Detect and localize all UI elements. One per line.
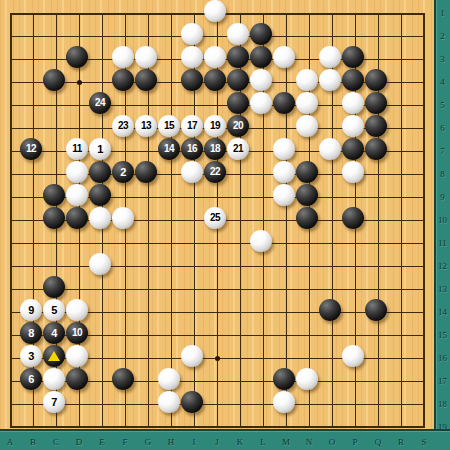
black-stone xyxy=(181,391,203,413)
column-label: C xyxy=(49,437,63,447)
white-stone: 19 xyxy=(204,115,226,137)
white-stone xyxy=(89,253,111,275)
row-label: 18 xyxy=(436,399,449,409)
white-stone xyxy=(273,391,295,413)
black-stone xyxy=(135,69,157,91)
move-number: 6 xyxy=(28,374,34,385)
column-label: R xyxy=(394,437,408,447)
row-label: 4 xyxy=(436,77,449,87)
column-coordinates-band: ABCDEFGHIJKLMNOPQRS xyxy=(0,429,450,450)
column-label: S xyxy=(417,437,431,447)
black-stone xyxy=(227,46,249,68)
column-label: N xyxy=(302,437,316,447)
black-stone xyxy=(43,184,65,206)
black-stone: 4 xyxy=(43,322,65,344)
column-label: O xyxy=(325,437,339,447)
move-number: 10 xyxy=(72,328,82,338)
black-stone xyxy=(365,299,387,321)
move-number: 2 xyxy=(120,167,126,178)
row-label: 8 xyxy=(436,169,449,179)
white-stone xyxy=(342,345,364,367)
white-stone: 3 xyxy=(20,345,42,367)
move-number: 17 xyxy=(187,121,197,131)
black-stone xyxy=(342,207,364,229)
grid-line xyxy=(10,289,425,290)
black-stone xyxy=(365,92,387,114)
black-stone xyxy=(227,92,249,114)
grid-line xyxy=(286,13,287,428)
white-stone xyxy=(43,368,65,390)
move-number: 3 xyxy=(28,351,34,362)
white-stone xyxy=(273,138,295,160)
column-label: K xyxy=(233,437,247,447)
move-number: 4 xyxy=(51,328,57,339)
row-label: 5 xyxy=(436,100,449,110)
white-stone xyxy=(342,161,364,183)
white-stone: 11 xyxy=(66,138,88,160)
black-stone: 10 xyxy=(66,322,88,344)
star-point xyxy=(77,80,82,85)
white-stone xyxy=(204,46,226,68)
black-stone xyxy=(43,69,65,91)
black-stone xyxy=(296,207,318,229)
row-label: 9 xyxy=(436,192,449,202)
white-stone xyxy=(66,299,88,321)
move-number: 24 xyxy=(95,98,105,108)
white-stone xyxy=(273,184,295,206)
black-stone xyxy=(250,23,272,45)
white-stone xyxy=(181,161,203,183)
black-stone: 20 xyxy=(227,115,249,137)
white-stone xyxy=(250,69,272,91)
row-label: 3 xyxy=(436,54,449,64)
move-number: 14 xyxy=(164,144,174,154)
column-label: D xyxy=(72,437,86,447)
grid-line xyxy=(423,13,425,428)
white-stone xyxy=(181,23,203,45)
row-coordinates-band: 12345678910111213141516171819 xyxy=(434,0,450,450)
row-label: 12 xyxy=(436,261,449,271)
row-label: 17 xyxy=(436,376,449,386)
white-stone xyxy=(296,115,318,137)
move-number: 9 xyxy=(28,305,34,316)
black-stone: 6 xyxy=(20,368,42,390)
white-stone xyxy=(227,23,249,45)
white-stone xyxy=(250,230,272,252)
black-stone xyxy=(365,69,387,91)
grid-line xyxy=(10,404,425,405)
black-stone xyxy=(43,276,65,298)
go-diagram: 2423131517192012111141618212222595841036… xyxy=(0,0,450,450)
white-stone: 15 xyxy=(158,115,180,137)
white-stone: 13 xyxy=(135,115,157,137)
black-stone xyxy=(66,368,88,390)
row-label: 14 xyxy=(436,307,449,317)
white-stone: 17 xyxy=(181,115,203,137)
column-label: J xyxy=(210,437,224,447)
move-number: 16 xyxy=(187,144,197,154)
white-stone xyxy=(296,92,318,114)
white-stone xyxy=(181,345,203,367)
black-stone xyxy=(135,161,157,183)
star-point xyxy=(215,356,220,361)
white-stone xyxy=(342,92,364,114)
white-stone: 1 xyxy=(89,138,111,160)
row-label: 1 xyxy=(436,8,449,18)
row-label: 15 xyxy=(436,330,449,340)
white-stone xyxy=(319,46,341,68)
white-stone xyxy=(158,391,180,413)
white-stone xyxy=(250,92,272,114)
move-number: 1 xyxy=(97,144,103,155)
black-stone xyxy=(181,69,203,91)
row-label: 16 xyxy=(436,353,449,363)
white-stone: 25 xyxy=(204,207,226,229)
row-label: 11 xyxy=(436,238,449,248)
black-stone xyxy=(273,92,295,114)
column-label: E xyxy=(95,437,109,447)
move-number: 11 xyxy=(72,144,82,154)
black-stone xyxy=(66,46,88,68)
column-label: L xyxy=(256,437,270,447)
black-stone: 24 xyxy=(89,92,111,114)
black-stone: 18 xyxy=(204,138,226,160)
move-number: 5 xyxy=(51,305,57,316)
white-stone xyxy=(273,46,295,68)
column-label: I xyxy=(187,437,201,447)
white-stone xyxy=(158,368,180,390)
grid-line xyxy=(10,266,425,267)
row-label: 7 xyxy=(436,146,449,156)
black-stone xyxy=(296,184,318,206)
move-number: 20 xyxy=(233,121,243,131)
move-number: 13 xyxy=(141,121,151,131)
move-number: 22 xyxy=(210,167,220,177)
white-stone xyxy=(112,207,134,229)
move-number: 18 xyxy=(210,144,220,154)
white-stone xyxy=(66,345,88,367)
white-stone xyxy=(112,46,134,68)
white-stone xyxy=(296,69,318,91)
row-label: 10 xyxy=(436,215,449,225)
black-stone xyxy=(204,69,226,91)
column-label: P xyxy=(348,437,362,447)
white-stone xyxy=(273,161,295,183)
black-stone: 2 xyxy=(112,161,134,183)
white-stone xyxy=(319,138,341,160)
column-label: M xyxy=(279,437,293,447)
white-stone: 21 xyxy=(227,138,249,160)
black-stone xyxy=(342,138,364,160)
black-stone xyxy=(43,345,65,367)
grid-line xyxy=(10,426,425,428)
column-label: Q xyxy=(371,437,385,447)
white-stone xyxy=(181,46,203,68)
white-stone xyxy=(66,161,88,183)
black-stone: 12 xyxy=(20,138,42,160)
black-stone xyxy=(342,69,364,91)
white-stone xyxy=(319,69,341,91)
move-number: 7 xyxy=(51,397,57,408)
black-stone xyxy=(296,161,318,183)
column-label: G xyxy=(141,437,155,447)
white-stone xyxy=(135,46,157,68)
row-label: 2 xyxy=(436,31,449,41)
white-stone xyxy=(89,207,111,229)
column-label: H xyxy=(164,437,178,447)
move-number: 12 xyxy=(26,144,36,154)
move-number: 8 xyxy=(28,328,34,339)
grid-line xyxy=(10,243,425,244)
white-stone xyxy=(66,184,88,206)
white-stone xyxy=(204,0,226,22)
black-stone xyxy=(43,207,65,229)
black-stone xyxy=(365,115,387,137)
grid-line xyxy=(401,13,402,428)
black-stone xyxy=(365,138,387,160)
move-number: 23 xyxy=(118,121,128,131)
black-stone xyxy=(227,69,249,91)
white-stone: 7 xyxy=(43,391,65,413)
white-stone: 9 xyxy=(20,299,42,321)
white-stone: 23 xyxy=(112,115,134,137)
row-label: 6 xyxy=(436,123,449,133)
black-stone: 8 xyxy=(20,322,42,344)
black-stone: 14 xyxy=(158,138,180,160)
column-label: A xyxy=(3,437,17,447)
black-stone xyxy=(112,368,134,390)
black-stone xyxy=(112,69,134,91)
black-stone xyxy=(273,368,295,390)
white-stone xyxy=(296,368,318,390)
black-stone: 22 xyxy=(204,161,226,183)
black-stone xyxy=(319,299,341,321)
black-stone xyxy=(66,207,88,229)
move-number: 15 xyxy=(164,121,174,131)
triangle-marker xyxy=(48,351,60,361)
white-stone: 5 xyxy=(43,299,65,321)
move-number: 21 xyxy=(233,144,243,154)
move-number: 19 xyxy=(210,121,220,131)
column-label: B xyxy=(26,437,40,447)
white-stone xyxy=(342,115,364,137)
black-stone: 16 xyxy=(181,138,203,160)
black-stone xyxy=(89,161,111,183)
black-stone xyxy=(342,46,364,68)
black-stone xyxy=(89,184,111,206)
black-stone xyxy=(250,46,272,68)
move-number: 25 xyxy=(210,213,220,223)
column-label: F xyxy=(118,437,132,447)
row-label: 13 xyxy=(436,284,449,294)
